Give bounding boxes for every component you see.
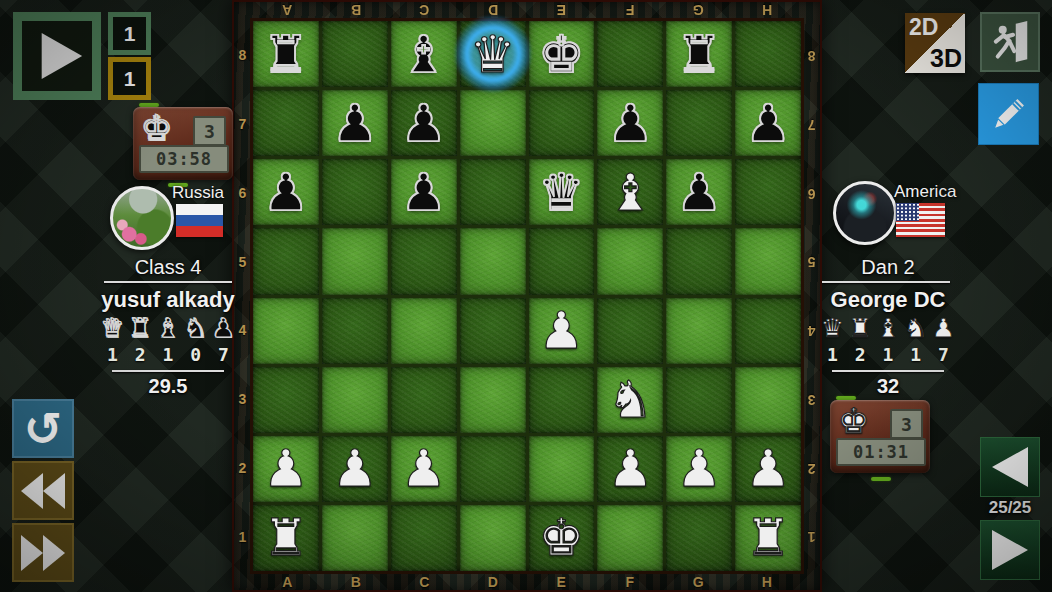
file-label: D — [459, 571, 528, 592]
square-e7[interactable] — [529, 90, 595, 156]
queen-count: 1 — [820, 344, 845, 365]
bishop-icon: ♝ — [876, 315, 901, 341]
edit-button[interactable] — [978, 83, 1039, 145]
board-frame: ABCDEFGH ABCDEFGH 87654321 87654321 ♜♝♛♚… — [232, 0, 822, 592]
right-player-rank: Dan 2 — [818, 256, 958, 279]
file-label: H — [733, 0, 802, 21]
square-d3[interactable] — [460, 367, 526, 433]
left-player-avatar[interactable] — [110, 186, 174, 250]
square-b4[interactable] — [322, 298, 388, 364]
queen-icon: ♛ — [100, 315, 125, 341]
square-f4[interactable] — [597, 298, 663, 364]
file-label: H — [733, 571, 802, 592]
play-icon — [38, 31, 84, 81]
piece-white-pawn[interactable]: ♟ — [745, 443, 791, 494]
left-player-name: yusuf alkady — [98, 287, 238, 313]
square-f6[interactable]: ♝ — [597, 159, 663, 225]
2d-label: 2D — [909, 14, 938, 41]
file-label: A — [253, 571, 322, 592]
rank-label: 2 — [232, 434, 253, 503]
move-counter: 25/25 — [975, 498, 1045, 518]
rank-label: 8 — [232, 21, 253, 90]
square-e3[interactable] — [529, 367, 595, 433]
green-counter-value: 1 — [124, 22, 136, 46]
file-label: E — [527, 571, 596, 592]
square-f2[interactable]: ♟ — [597, 436, 663, 502]
square-e5[interactable] — [529, 228, 595, 294]
square-b2[interactable]: ♟ — [322, 436, 388, 502]
right-material-counts: 12117 — [820, 344, 956, 365]
previous-move-button[interactable] — [980, 437, 1040, 497]
square-e6[interactable]: ♛ — [529, 159, 595, 225]
file-label: B — [322, 571, 391, 592]
square-e8[interactable]: ♚ — [529, 21, 595, 87]
piece-white-king[interactable]: ♚ — [539, 512, 585, 563]
rank-label: 7 — [801, 90, 822, 159]
black-clock-badge: 3 — [193, 116, 226, 146]
divider — [104, 281, 232, 283]
back-arrow-icon — [988, 445, 1032, 489]
file-label: E — [527, 0, 596, 21]
black-clock: ♚ 3 03:58 — [133, 107, 233, 180]
square-b3[interactable] — [322, 367, 388, 433]
square-c8[interactable]: ♝ — [391, 21, 457, 87]
square-e2[interactable] — [529, 436, 595, 502]
rank-label: 1 — [232, 502, 253, 571]
square-e4[interactable]: ♟ — [529, 298, 595, 364]
exit-icon — [987, 19, 1033, 65]
square-d7[interactable] — [460, 90, 526, 156]
square-g6[interactable]: ♟ — [666, 159, 732, 225]
rewind-icon — [19, 470, 67, 512]
knight-icon: ♞ — [183, 315, 208, 341]
play-button[interactable] — [13, 12, 101, 100]
divider — [832, 370, 944, 372]
square-b7[interactable]: ♟ — [322, 90, 388, 156]
queen-icon: ♛ — [820, 315, 845, 341]
rotate-icon: ↺ — [24, 406, 63, 452]
bishop-icon: ♝ — [156, 315, 181, 341]
rewind-button[interactable] — [12, 461, 74, 520]
knight-count: 0 — [183, 344, 208, 365]
piece-white-pawn[interactable]: ♟ — [676, 443, 722, 494]
file-label: G — [664, 571, 733, 592]
square-g1[interactable] — [666, 505, 732, 571]
piece-black-rook[interactable]: ♜ — [676, 29, 722, 80]
exit-game-button[interactable] — [980, 12, 1040, 72]
left-player-country: Russia — [172, 183, 224, 203]
piece-white-pawn[interactable]: ♟ — [607, 443, 653, 494]
square-b8[interactable] — [322, 21, 388, 87]
square-g3[interactable] — [666, 367, 732, 433]
divider — [822, 281, 950, 283]
pawn-count: 7 — [931, 344, 956, 365]
square-f7[interactable]: ♟ — [597, 90, 663, 156]
square-f1[interactable] — [597, 505, 663, 571]
white-clock: ♚ 3 01:31 — [830, 400, 930, 473]
square-b6[interactable] — [322, 159, 388, 225]
gold-counter-box[interactable]: 1 — [108, 57, 151, 100]
square-g5[interactable] — [666, 228, 732, 294]
piece-white-pawn[interactable]: ♟ — [263, 443, 309, 494]
square-c4[interactable] — [391, 298, 457, 364]
3d-label: 3D — [930, 44, 962, 73]
piece-white-rook[interactable]: ♜ — [263, 512, 309, 563]
square-c5[interactable] — [391, 228, 457, 294]
rank-label: 2 — [801, 434, 822, 503]
bishop-count: 1 — [156, 344, 181, 365]
square-e1[interactable]: ♚ — [529, 505, 595, 571]
file-label: F — [596, 571, 665, 592]
knight-count: 1 — [903, 344, 928, 365]
square-d8[interactable]: ♛ — [460, 21, 526, 87]
piece-black-pawn[interactable]: ♟ — [676, 167, 722, 218]
square-h7[interactable]: ♟ — [735, 90, 801, 156]
piece-black-pawn[interactable]: ♟ — [401, 98, 447, 149]
square-a8[interactable]: ♜ — [253, 21, 319, 87]
pawn-icon: ♟ — [931, 315, 956, 341]
2d-3d-toggle-button[interactable]: 2D 3D — [905, 13, 965, 73]
square-h3[interactable] — [735, 367, 801, 433]
square-a5[interactable] — [253, 228, 319, 294]
next-arrow-icon — [988, 528, 1032, 572]
fast-forward-button[interactable] — [12, 523, 74, 582]
america-flag-icon — [896, 203, 945, 237]
square-h4[interactable] — [735, 298, 801, 364]
rank-label: 6 — [232, 159, 253, 228]
file-label: C — [390, 0, 459, 21]
square-a7[interactable] — [253, 90, 319, 156]
piece-white-pawn[interactable]: ♟ — [539, 305, 585, 356]
square-a2[interactable]: ♟ — [253, 436, 319, 502]
square-b1[interactable] — [322, 505, 388, 571]
square-h8[interactable] — [735, 21, 801, 87]
piece-black-pawn[interactable]: ♟ — [332, 98, 378, 149]
left-material-icons: ♛♜♝♞♟ — [100, 315, 236, 341]
file-labels-top: ABCDEFGH — [253, 0, 801, 21]
square-d5[interactable] — [460, 228, 526, 294]
next-move-button[interactable] — [980, 520, 1040, 580]
piece-white-rook[interactable]: ♜ — [745, 512, 791, 563]
rank-label: 7 — [232, 90, 253, 159]
square-c1[interactable] — [391, 505, 457, 571]
piece-white-pawn[interactable]: ♟ — [401, 443, 447, 494]
turn-indicator-right-bottom — [871, 477, 891, 481]
piece-black-queen[interactable]: ♛ — [539, 167, 585, 218]
piece-white-knight[interactable]: ♞ — [607, 374, 653, 425]
board-grid: ♜♝♛♚♜♟♟♟♟♟♟♛♝♟♟♞♟♟♟♟♟♟♜♚♜ — [253, 21, 801, 571]
square-h5[interactable] — [735, 228, 801, 294]
square-b5[interactable] — [322, 228, 388, 294]
russia-flag-icon — [176, 204, 223, 237]
left-player-score: 29.5 — [98, 375, 238, 398]
fast-forward-icon — [19, 532, 67, 574]
bishop-count: 1 — [876, 344, 901, 365]
square-c7[interactable]: ♟ — [391, 90, 457, 156]
piece-white-queen[interactable]: ♛ — [470, 29, 516, 80]
right-material-icons: ♛♜♝♞♟ — [820, 315, 956, 341]
right-player-name: George DC — [818, 287, 958, 313]
square-a4[interactable] — [253, 298, 319, 364]
rank-label: 1 — [801, 502, 822, 571]
rank-label: 8 — [801, 21, 822, 90]
square-g4[interactable] — [666, 298, 732, 364]
square-f5[interactable] — [597, 228, 663, 294]
square-d1[interactable] — [460, 505, 526, 571]
green-counter-box[interactable]: 1 — [108, 12, 151, 55]
rank-label: 6 — [801, 159, 822, 228]
gold-counter-value: 1 — [124, 67, 136, 91]
square-g2[interactable]: ♟ — [666, 436, 732, 502]
square-h6[interactable] — [735, 159, 801, 225]
white-clock-time: 01:31 — [836, 438, 926, 466]
piece-white-bishop[interactable]: ♝ — [607, 167, 653, 218]
pawn-count: 7 — [211, 344, 236, 365]
square-a1[interactable]: ♜ — [253, 505, 319, 571]
rook-count: 2 — [128, 344, 153, 365]
square-a6[interactable]: ♟ — [253, 159, 319, 225]
square-g7[interactable] — [666, 90, 732, 156]
queen-count: 1 — [100, 344, 125, 365]
file-label: C — [390, 571, 459, 592]
square-c2[interactable]: ♟ — [391, 436, 457, 502]
pawn-icon: ♟ — [211, 315, 236, 341]
square-a3[interactable] — [253, 367, 319, 433]
left-material-counts: 12107 — [100, 344, 236, 365]
white-king-clock-icon: ♚ — [838, 402, 869, 441]
square-d4[interactable] — [460, 298, 526, 364]
piece-black-pawn[interactable]: ♟ — [401, 167, 447, 218]
knight-icon: ♞ — [903, 315, 928, 341]
square-d2[interactable] — [460, 436, 526, 502]
white-clock-badge: 3 — [890, 409, 923, 439]
file-label: F — [596, 0, 665, 21]
piece-black-rook[interactable]: ♜ — [263, 29, 309, 80]
piece-white-pawn[interactable]: ♟ — [332, 443, 378, 494]
piece-black-pawn[interactable]: ♟ — [263, 167, 309, 218]
right-player-avatar[interactable] — [833, 181, 897, 245]
square-h2[interactable]: ♟ — [735, 436, 801, 502]
file-label: G — [664, 0, 733, 21]
file-label: A — [253, 0, 322, 21]
rook-count: 2 — [848, 344, 873, 365]
square-f8[interactable] — [597, 21, 663, 87]
piece-black-bishop[interactable]: ♝ — [401, 29, 447, 80]
rook-icon: ♜ — [128, 315, 153, 341]
piece-black-pawn[interactable]: ♟ — [745, 98, 791, 149]
square-c6[interactable]: ♟ — [391, 159, 457, 225]
pencil-icon — [986, 91, 1032, 137]
black-king-clock-icon: ♚ — [141, 109, 172, 148]
flip-board-button[interactable]: ↺ — [12, 399, 74, 458]
right-player-score: 32 — [818, 375, 958, 398]
left-player-rank: Class 4 — [98, 256, 238, 279]
divider — [112, 370, 224, 372]
square-d6[interactable] — [460, 159, 526, 225]
right-player-country: America — [894, 182, 956, 202]
app-background: ABCDEFGH ABCDEFGH 87654321 87654321 ♜♝♛♚… — [0, 0, 1052, 592]
square-g8[interactable]: ♜ — [666, 21, 732, 87]
file-labels-bottom: ABCDEFGH — [253, 571, 801, 592]
square-h1[interactable]: ♜ — [735, 505, 801, 571]
square-f3[interactable]: ♞ — [597, 367, 663, 433]
rook-icon: ♜ — [848, 315, 873, 341]
piece-black-king[interactable]: ♚ — [539, 29, 585, 80]
piece-black-pawn[interactable]: ♟ — [607, 98, 653, 149]
file-label: B — [322, 0, 391, 21]
black-clock-time: 03:58 — [139, 145, 229, 173]
square-c3[interactable] — [391, 367, 457, 433]
